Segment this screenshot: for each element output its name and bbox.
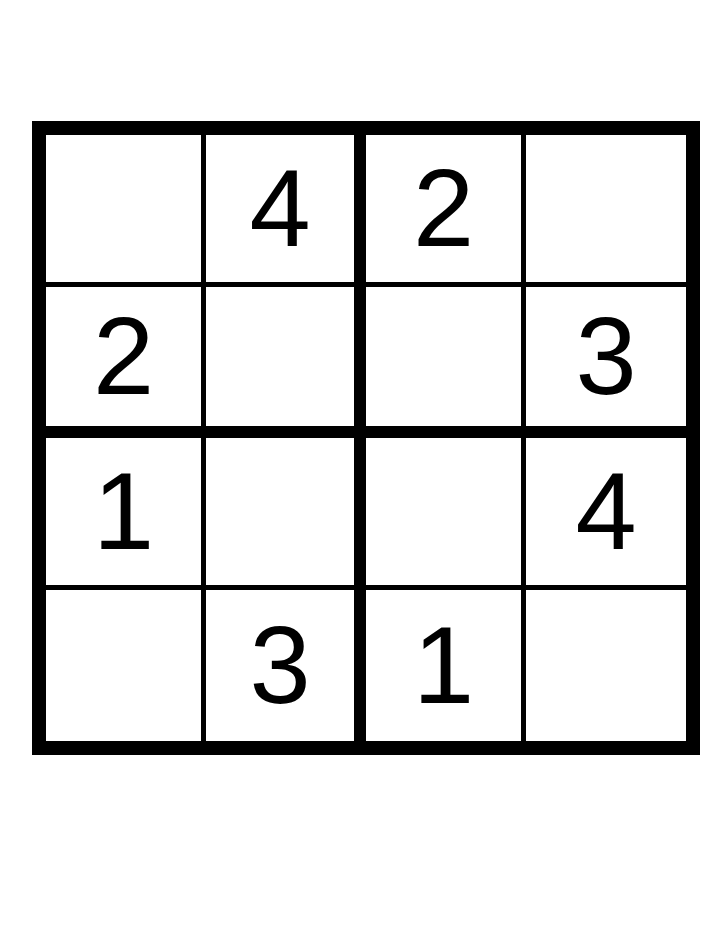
sudoku-page: 4 2 2 3 1 4 3 1 bbox=[0, 0, 728, 942]
cell-r1c2[interactable]: 4 bbox=[206, 135, 366, 287]
cell-r1c3[interactable]: 2 bbox=[366, 135, 526, 287]
cell-r2c1[interactable]: 2 bbox=[46, 287, 206, 439]
cell-r4c2[interactable]: 3 bbox=[206, 590, 366, 742]
cell-r4c4[interactable] bbox=[526, 590, 686, 742]
cell-r1c1[interactable] bbox=[46, 135, 206, 287]
cell-r2c2[interactable] bbox=[206, 287, 366, 439]
sudoku-board: 4 2 2 3 1 4 3 1 bbox=[32, 121, 700, 755]
cell-r2c3[interactable] bbox=[366, 287, 526, 439]
cell-r3c2[interactable] bbox=[206, 438, 366, 590]
cell-r3c1[interactable]: 1 bbox=[46, 438, 206, 590]
cell-r4c1[interactable] bbox=[46, 590, 206, 742]
cell-r1c4[interactable] bbox=[526, 135, 686, 287]
cell-r2c4[interactable]: 3 bbox=[526, 287, 686, 439]
cell-r4c3[interactable]: 1 bbox=[366, 590, 526, 742]
cell-r3c3[interactable] bbox=[366, 438, 526, 590]
cell-r3c4[interactable]: 4 bbox=[526, 438, 686, 590]
